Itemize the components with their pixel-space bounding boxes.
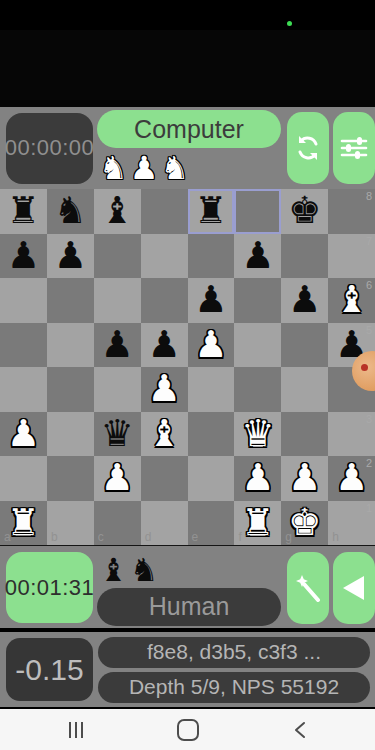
- square-e6[interactable]: ♟: [188, 278, 235, 323]
- square-g3[interactable]: [281, 412, 328, 457]
- piece-black-pawn: ♟: [147, 323, 180, 367]
- piece-black-knight: ♞: [54, 189, 87, 233]
- file-label-d: d: [145, 530, 152, 544]
- human-name-button[interactable]: Human: [97, 588, 281, 626]
- bottom-buttons: [283, 552, 375, 624]
- piece-white-bishop: ♝: [335, 278, 368, 322]
- square-d4[interactable]: ♟: [141, 367, 188, 412]
- record-dot-icon: [361, 364, 368, 371]
- square-b6[interactable]: [47, 278, 94, 323]
- piece-white-pawn: ♟: [7, 412, 40, 456]
- rank-label-5: 5: [366, 324, 372, 336]
- square-a4[interactable]: [0, 367, 47, 412]
- piece-black-queen: ♛: [101, 412, 134, 456]
- square-f4[interactable]: [234, 367, 281, 412]
- file-label-g: g: [285, 530, 292, 544]
- undo-move-button[interactable]: [333, 552, 375, 624]
- square-a1[interactable]: a♜: [0, 501, 47, 546]
- piece-white-rook: ♜: [241, 501, 274, 545]
- computer-name-button[interactable]: Computer: [97, 110, 281, 148]
- file-label-e: e: [192, 530, 199, 544]
- square-f7[interactable]: ♟: [234, 234, 281, 279]
- captured-white-pawn: ♟: [130, 150, 159, 186]
- square-g4[interactable]: [281, 367, 328, 412]
- square-h8[interactable]: 8: [328, 189, 375, 234]
- square-d8[interactable]: [141, 189, 188, 234]
- piece-white-king: ♚: [288, 501, 321, 545]
- square-b7[interactable]: ♟: [47, 234, 94, 279]
- square-g5[interactable]: [281, 323, 328, 368]
- square-d2[interactable]: [141, 456, 188, 501]
- square-h1[interactable]: 1h: [328, 501, 375, 546]
- piece-black-pawn: ♟: [54, 234, 87, 278]
- square-g7[interactable]: [281, 234, 328, 279]
- piece-white-pawn: ♟: [241, 456, 274, 500]
- computer-clock: 00:00:00: [6, 113, 93, 184]
- square-f8[interactable]: [234, 189, 281, 234]
- square-c3[interactable]: ♛: [94, 412, 141, 457]
- square-g8[interactable]: ♚: [281, 189, 328, 234]
- square-c2[interactable]: ♟: [94, 456, 141, 501]
- piece-black-king: ♚: [288, 189, 321, 233]
- square-d5[interactable]: ♟: [141, 323, 188, 368]
- piece-black-pawn: ♟: [7, 234, 40, 278]
- magic-wand-icon: [294, 574, 322, 602]
- square-h6[interactable]: 6♝: [328, 278, 375, 323]
- piece-black-bishop: ♝: [101, 189, 134, 233]
- engine-info: f8e8, d3b5, c3f3 ... Depth 5/9, NPS 5519…: [98, 637, 370, 703]
- rank-label-6: 6: [366, 279, 372, 291]
- square-g2[interactable]: ♟: [281, 456, 328, 501]
- square-f5[interactable]: [234, 323, 281, 368]
- square-c1[interactable]: c: [94, 501, 141, 546]
- engine-eval-panel: -0.15 f8e8, d3b5, c3f3 ... Depth 5/9, NP…: [0, 628, 375, 709]
- captured-black-bishop: ♝: [99, 552, 128, 588]
- human-clock: 00:01:31: [6, 552, 93, 623]
- square-d1[interactable]: d: [141, 501, 188, 546]
- piece-white-bishop: ♝: [147, 412, 180, 456]
- square-b5[interactable]: [47, 323, 94, 368]
- rank-label-1: 1: [366, 502, 372, 514]
- square-d6[interactable]: [141, 278, 188, 323]
- square-b1[interactable]: b: [47, 501, 94, 546]
- square-h2[interactable]: 2♟: [328, 456, 375, 501]
- sliders-icon: [340, 134, 368, 162]
- square-e5[interactable]: ♟: [188, 323, 235, 368]
- square-e7[interactable]: [188, 234, 235, 279]
- file-label-a: a: [4, 530, 11, 544]
- piece-white-rook: ♜: [7, 501, 40, 545]
- square-b3[interactable]: [47, 412, 94, 457]
- switch-sides-button[interactable]: [287, 112, 329, 184]
- computer-bar: 00:00:00 Computer ♞♟♞: [0, 107, 375, 191]
- square-f3[interactable]: ♛: [234, 412, 281, 457]
- app-top-black-area: [0, 30, 375, 107]
- human-mid-column: ♝♞ Human: [97, 550, 283, 626]
- square-b8[interactable]: ♞: [47, 189, 94, 234]
- square-f1[interactable]: f♜: [234, 501, 281, 546]
- hint-button[interactable]: [287, 552, 329, 624]
- square-e8[interactable]: ♜: [188, 189, 235, 234]
- camera-active-dot-icon: [287, 21, 292, 26]
- piece-white-pawn: ♟: [288, 456, 321, 500]
- square-e1[interactable]: e: [188, 501, 235, 546]
- square-c4[interactable]: [94, 367, 141, 412]
- square-h7[interactable]: 7: [328, 234, 375, 279]
- rank-label-2: 2: [366, 457, 372, 469]
- file-label-c: c: [98, 530, 104, 544]
- settings-button[interactable]: [333, 112, 375, 184]
- captured-white-knight: ♞: [160, 150, 189, 186]
- captured-black-pieces-tray: ♝♞: [97, 550, 283, 588]
- rank-label-8: 8: [366, 190, 372, 202]
- square-b4[interactable]: [47, 367, 94, 412]
- back-button[interactable]: [287, 717, 313, 743]
- refresh-arrows-icon: [294, 134, 322, 162]
- piece-black-pawn: ♟: [101, 323, 134, 367]
- piece-black-pawn: ♟: [241, 234, 274, 278]
- rank-label-3: 3: [366, 413, 372, 425]
- square-c8[interactable]: ♝: [94, 189, 141, 234]
- human-bar: 00:01:31 ♝♞ Human: [0, 545, 375, 629]
- square-a5[interactable]: [0, 323, 47, 368]
- piece-white-pawn: ♟: [147, 367, 180, 411]
- file-label-b: b: [51, 530, 58, 544]
- chevron-left-icon: [293, 721, 307, 739]
- square-f2[interactable]: ♟: [234, 456, 281, 501]
- square-d3[interactable]: ♝: [141, 412, 188, 457]
- piece-white-queen: ♛: [241, 412, 274, 456]
- square-a2[interactable]: [0, 456, 47, 501]
- piece-white-pawn: ♟: [101, 456, 134, 500]
- square-h3[interactable]: 3: [328, 412, 375, 457]
- status-bar: [0, 0, 375, 30]
- rank-label-7: 7: [366, 235, 372, 247]
- square-e4[interactable]: [188, 367, 235, 412]
- computer-mid-column: Computer ♞♟♞: [97, 110, 283, 186]
- square-c5[interactable]: ♟: [94, 323, 141, 368]
- engine-pv-line: f8e8, d3b5, c3f3 ...: [98, 637, 370, 668]
- captured-white-pieces-tray: ♞♟♞: [97, 148, 283, 186]
- square-a3[interactable]: ♟: [0, 412, 47, 457]
- piece-black-pawn: ♟: [288, 278, 321, 322]
- piece-white-pawn: ♟: [194, 323, 227, 367]
- engine-depth-nps: Depth 5/9, NPS 55192: [98, 672, 370, 703]
- square-b2[interactable]: [47, 456, 94, 501]
- chess-board: ♜♞♝♜♚8♟♟♟7♟♟6♝♟♟♟5♟♟4♟♛♝♛3♟♟♟2♟a♜bcdef♜g…: [0, 189, 375, 545]
- square-c7[interactable]: [94, 234, 141, 279]
- square-c6[interactable]: [94, 278, 141, 323]
- square-a8[interactable]: ♜: [0, 189, 47, 234]
- recents-button[interactable]: [63, 717, 89, 743]
- home-button[interactable]: [175, 717, 201, 743]
- home-icon: [177, 719, 199, 741]
- square-e2[interactable]: [188, 456, 235, 501]
- top-buttons: [283, 112, 375, 184]
- square-d7[interactable]: [141, 234, 188, 279]
- piece-black-pawn: ♟: [194, 278, 227, 322]
- recents-icon: [69, 722, 71, 738]
- piece-black-rook: ♜: [7, 189, 40, 233]
- square-e3[interactable]: [188, 412, 235, 457]
- captured-white-knight: ♞: [99, 150, 128, 186]
- square-g6[interactable]: ♟: [281, 278, 328, 323]
- square-f6[interactable]: [234, 278, 281, 323]
- square-g1[interactable]: g♚: [281, 501, 328, 546]
- square-a7[interactable]: ♟: [0, 234, 47, 279]
- eval-score: -0.15: [6, 638, 93, 701]
- file-label-h: h: [332, 530, 339, 544]
- piece-black-rook: ♜: [194, 189, 227, 233]
- file-label-f: f: [238, 530, 241, 544]
- square-a6[interactable]: [0, 278, 47, 323]
- back-triangle-icon: [340, 574, 368, 602]
- android-nav-bar: [0, 709, 375, 750]
- piece-white-pawn: ♟: [335, 456, 368, 500]
- chess-app-screen: 00:00:00 Computer ♞♟♞: [0, 0, 375, 750]
- captured-black-knight: ♞: [130, 552, 159, 588]
